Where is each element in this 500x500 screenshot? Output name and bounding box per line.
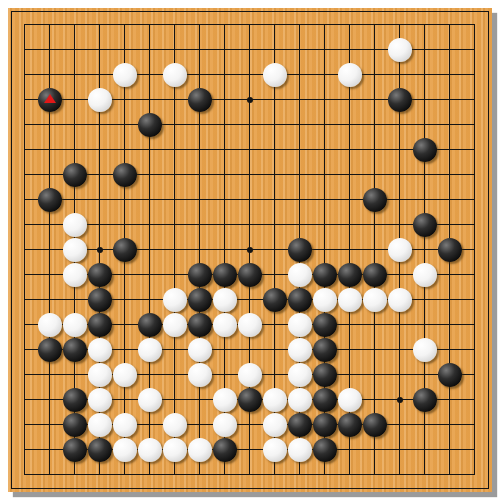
stone-black[interactable] bbox=[188, 288, 212, 312]
stone-white[interactable] bbox=[388, 238, 412, 262]
stone-black[interactable] bbox=[313, 313, 337, 337]
triangle-marker-icon bbox=[44, 94, 56, 103]
stone-black[interactable] bbox=[88, 288, 112, 312]
stone-black[interactable] bbox=[88, 438, 112, 462]
stone-black[interactable] bbox=[188, 313, 212, 337]
stone-black[interactable] bbox=[313, 413, 337, 437]
stone-white[interactable] bbox=[263, 388, 287, 412]
stone-white[interactable] bbox=[163, 288, 187, 312]
stone-black[interactable] bbox=[213, 263, 237, 287]
page: { "game": "go", "board": { "size": 19, "… bbox=[0, 0, 500, 500]
stone-black[interactable] bbox=[113, 238, 137, 262]
stone-black[interactable] bbox=[238, 263, 262, 287]
stone-white[interactable] bbox=[163, 63, 187, 87]
stone-black[interactable] bbox=[288, 238, 312, 262]
stone-black[interactable] bbox=[113, 163, 137, 187]
stone-white[interactable] bbox=[88, 338, 112, 362]
star-point bbox=[97, 247, 103, 253]
stone-black[interactable] bbox=[363, 188, 387, 212]
stone-white[interactable] bbox=[138, 388, 162, 412]
stone-black[interactable] bbox=[88, 313, 112, 337]
stone-white[interactable] bbox=[263, 413, 287, 437]
stone-black[interactable] bbox=[313, 338, 337, 362]
go-board[interactable] bbox=[8, 8, 492, 492]
stone-white[interactable] bbox=[63, 263, 87, 287]
stone-white[interactable] bbox=[88, 363, 112, 387]
stone-black[interactable] bbox=[63, 388, 87, 412]
stone-white[interactable] bbox=[113, 438, 137, 462]
stone-white[interactable] bbox=[338, 388, 362, 412]
stone-black[interactable] bbox=[313, 438, 337, 462]
stone-black-marked[interactable] bbox=[38, 88, 62, 112]
stone-white[interactable] bbox=[213, 288, 237, 312]
stone-white[interactable] bbox=[188, 363, 212, 387]
stone-white[interactable] bbox=[338, 63, 362, 87]
stone-black[interactable] bbox=[313, 388, 337, 412]
stone-black[interactable] bbox=[138, 113, 162, 137]
stone-white[interactable] bbox=[138, 338, 162, 362]
stone-white[interactable] bbox=[388, 38, 412, 62]
stone-black[interactable] bbox=[63, 413, 87, 437]
stone-black[interactable] bbox=[63, 163, 87, 187]
stone-black[interactable] bbox=[313, 263, 337, 287]
stone-black[interactable] bbox=[288, 413, 312, 437]
stone-white[interactable] bbox=[63, 213, 87, 237]
stone-black[interactable] bbox=[213, 438, 237, 462]
stone-white[interactable] bbox=[213, 388, 237, 412]
stone-white[interactable] bbox=[288, 313, 312, 337]
stone-black[interactable] bbox=[413, 213, 437, 237]
stone-white[interactable] bbox=[213, 313, 237, 337]
stone-white[interactable] bbox=[288, 363, 312, 387]
star-point bbox=[247, 97, 253, 103]
stone-white[interactable] bbox=[288, 263, 312, 287]
star-point bbox=[397, 397, 403, 403]
stone-black[interactable] bbox=[188, 263, 212, 287]
stone-white[interactable] bbox=[88, 388, 112, 412]
star-point bbox=[247, 247, 253, 253]
stone-black[interactable] bbox=[363, 263, 387, 287]
stone-black[interactable] bbox=[388, 88, 412, 112]
stone-white[interactable] bbox=[263, 438, 287, 462]
stone-black[interactable] bbox=[63, 338, 87, 362]
stone-white[interactable] bbox=[113, 363, 137, 387]
stone-white[interactable] bbox=[88, 413, 112, 437]
stone-white[interactable] bbox=[163, 313, 187, 337]
stone-black[interactable] bbox=[263, 288, 287, 312]
stone-black[interactable] bbox=[188, 88, 212, 112]
stone-white[interactable] bbox=[188, 438, 212, 462]
stone-white[interactable] bbox=[63, 313, 87, 337]
stone-white[interactable] bbox=[313, 288, 337, 312]
stone-white[interactable] bbox=[263, 63, 287, 87]
stone-white[interactable] bbox=[288, 388, 312, 412]
stone-white[interactable] bbox=[163, 413, 187, 437]
stone-white[interactable] bbox=[113, 413, 137, 437]
stone-black[interactable] bbox=[138, 313, 162, 337]
stone-black[interactable] bbox=[438, 363, 462, 387]
stone-white[interactable] bbox=[38, 313, 62, 337]
stone-white[interactable] bbox=[413, 263, 437, 287]
stone-white[interactable] bbox=[388, 288, 412, 312]
stone-white[interactable] bbox=[363, 288, 387, 312]
stone-white[interactable] bbox=[113, 63, 137, 87]
stone-black[interactable] bbox=[38, 188, 62, 212]
stone-black[interactable] bbox=[63, 438, 87, 462]
stone-black[interactable] bbox=[338, 263, 362, 287]
stone-white[interactable] bbox=[63, 238, 87, 262]
stone-white[interactable] bbox=[188, 338, 212, 362]
stone-white[interactable] bbox=[338, 288, 362, 312]
stone-black[interactable] bbox=[313, 363, 337, 387]
stone-white[interactable] bbox=[288, 438, 312, 462]
stone-white[interactable] bbox=[238, 313, 262, 337]
stone-white[interactable] bbox=[163, 438, 187, 462]
stone-white[interactable] bbox=[413, 338, 437, 362]
stone-black[interactable] bbox=[413, 138, 437, 162]
stone-white[interactable] bbox=[238, 363, 262, 387]
stone-black[interactable] bbox=[438, 238, 462, 262]
stone-black[interactable] bbox=[88, 263, 112, 287]
stone-white[interactable] bbox=[288, 338, 312, 362]
stone-white[interactable] bbox=[213, 413, 237, 437]
stone-black[interactable] bbox=[338, 413, 362, 437]
stone-black[interactable] bbox=[363, 413, 387, 437]
stone-black[interactable] bbox=[413, 388, 437, 412]
stone-black[interactable] bbox=[288, 288, 312, 312]
stone-black[interactable] bbox=[38, 338, 62, 362]
stone-white[interactable] bbox=[138, 438, 162, 462]
stone-black[interactable] bbox=[238, 388, 262, 412]
stone-white[interactable] bbox=[88, 88, 112, 112]
